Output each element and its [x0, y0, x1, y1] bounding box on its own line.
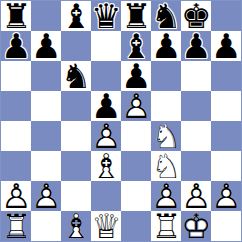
square-e1[interactable] [121, 211, 151, 241]
piece-black-queen[interactable]: ♛ [91, 1, 121, 31]
square-d3[interactable]: ♝♗ [91, 151, 121, 181]
square-h6[interactable] [211, 61, 241, 91]
square-e4[interactable] [121, 121, 151, 151]
square-d7[interactable] [91, 31, 121, 61]
piece-white-king[interactable]: ♚♔ [181, 211, 211, 241]
black-piece-glyph: ♟ [31, 31, 61, 61]
square-f6[interactable] [151, 61, 181, 91]
square-a5[interactable] [1, 91, 31, 121]
black-piece-glyph: ♟ [181, 31, 211, 61]
white-piece-outline-layer: ♖ [1, 211, 31, 241]
black-piece-glyph: ♝ [61, 1, 91, 31]
piece-black-pawn[interactable]: ♟ [181, 31, 211, 61]
black-piece-glyph: ♟ [151, 31, 181, 61]
white-piece-outline-layer: ♔ [181, 211, 211, 241]
piece-white-pawn[interactable]: ♟♙ [211, 181, 241, 211]
square-a7[interactable]: ♟ [1, 31, 31, 61]
square-c4[interactable] [61, 121, 91, 151]
square-c5[interactable] [61, 91, 91, 121]
square-c3[interactable] [61, 151, 91, 181]
square-h7[interactable]: ♟ [211, 31, 241, 61]
square-a6[interactable] [1, 61, 31, 91]
black-piece-glyph: ♟ [1, 31, 31, 61]
square-g1[interactable]: ♚♔ [181, 211, 211, 241]
square-b1[interactable] [31, 211, 61, 241]
square-g5[interactable] [181, 91, 211, 121]
white-piece-outline-layer: ♖ [151, 211, 181, 241]
square-b6[interactable] [31, 61, 61, 91]
chess-board-window: ♜♝♛♜♞♚♟♟♝♟♟♟♞♟♟♟♙♟♙♞♘♝♗♞♘♟♙♟♙♟♙♟♙♟♙♜♖♝♗♛… [0, 0, 242, 242]
square-h4[interactable] [211, 121, 241, 151]
piece-black-pawn[interactable]: ♟ [1, 31, 31, 61]
square-f7[interactable]: ♟ [151, 31, 181, 61]
square-c6[interactable]: ♞ [61, 61, 91, 91]
square-c8[interactable]: ♝ [61, 1, 91, 31]
piece-black-bishop[interactable]: ♝ [61, 1, 91, 31]
piece-white-pawn[interactable]: ♟♙ [121, 91, 151, 121]
square-b2[interactable]: ♟♙ [31, 181, 61, 211]
square-h5[interactable] [211, 91, 241, 121]
white-piece-outline-layer: ♙ [211, 181, 241, 211]
square-f1[interactable]: ♜♖ [151, 211, 181, 241]
piece-white-rook[interactable]: ♜♖ [1, 211, 31, 241]
piece-white-bishop[interactable]: ♝♗ [91, 151, 121, 181]
square-c1[interactable]: ♝♗ [61, 211, 91, 241]
piece-white-pawn[interactable]: ♟♙ [31, 181, 61, 211]
square-g7[interactable]: ♟ [181, 31, 211, 61]
white-piece-outline-layer: ♕ [91, 211, 121, 241]
white-piece-outline-layer: ♙ [121, 91, 151, 121]
black-piece-glyph: ♟ [211, 31, 241, 61]
black-piece-glyph: ♞ [61, 61, 91, 91]
square-e5[interactable]: ♟♙ [121, 91, 151, 121]
square-d1[interactable]: ♛♕ [91, 211, 121, 241]
square-b4[interactable] [31, 121, 61, 151]
square-b5[interactable] [31, 91, 61, 121]
square-e2[interactable] [121, 181, 151, 211]
square-h1[interactable] [211, 211, 241, 241]
white-piece-outline-layer: ♗ [61, 211, 91, 241]
piece-white-bishop[interactable]: ♝♗ [61, 211, 91, 241]
square-b7[interactable]: ♟ [31, 31, 61, 61]
square-d8[interactable]: ♛ [91, 1, 121, 31]
square-h2[interactable]: ♟♙ [211, 181, 241, 211]
piece-black-pawn[interactable]: ♟ [31, 31, 61, 61]
black-piece-glyph: ♛ [91, 1, 121, 31]
white-piece-outline-layer: ♙ [31, 181, 61, 211]
white-piece-outline-layer: ♗ [91, 151, 121, 181]
square-g6[interactable] [181, 61, 211, 91]
square-g4[interactable] [181, 121, 211, 151]
chess-board: ♜♝♛♜♞♚♟♟♝♟♟♟♞♟♟♟♙♟♙♞♘♝♗♞♘♟♙♟♙♟♙♟♙♟♙♜♖♝♗♛… [0, 0, 242, 242]
piece-black-pawn[interactable]: ♟ [151, 31, 181, 61]
square-a4[interactable] [1, 121, 31, 151]
square-a1[interactable]: ♜♖ [1, 211, 31, 241]
piece-white-rook[interactable]: ♜♖ [151, 211, 181, 241]
square-e3[interactable] [121, 151, 151, 181]
piece-black-pawn[interactable]: ♟ [211, 31, 241, 61]
piece-black-knight[interactable]: ♞ [61, 61, 91, 91]
piece-white-queen[interactable]: ♛♕ [91, 211, 121, 241]
